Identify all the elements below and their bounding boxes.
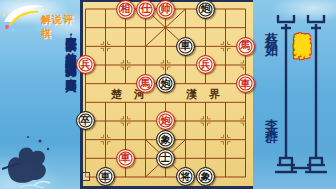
xiangqi-board-panel: 楚河 漢界 相仕帅炮車馬兵兵馬炮車卒炮象士車車将象	[80, 0, 253, 189]
piece-red-帅[interactable]: 帅	[156, 0, 175, 19]
piece-black-士[interactable]: 士	[156, 149, 175, 168]
piece-red-仕[interactable]: 仕	[136, 0, 155, 19]
piece-black-炮[interactable]: 炮	[156, 74, 175, 93]
piece-black-将[interactable]: 将	[176, 167, 195, 186]
board-grid[interactable]: 相仕帅炮車馬兵兵馬炮車卒炮象士車車将象	[76, 0, 256, 186]
player-name-bottom: 李来群	[262, 108, 280, 128]
piece-black-炮[interactable]: 炮	[196, 0, 215, 19]
piece-red-兵[interactable]: 兵	[76, 55, 95, 74]
piece-red-馬[interactable]: 馬	[236, 37, 255, 56]
piece-red-相[interactable]: 相	[116, 0, 135, 19]
ink-painting-graphic	[0, 119, 62, 189]
piece-black-車[interactable]: 車	[96, 167, 115, 186]
piece-red-車[interactable]: 車	[236, 74, 255, 93]
piece-red-炮[interactable]: 炮	[156, 111, 175, 130]
series-title: 象棋国手精彩搏杀	[293, 18, 313, 30]
piece-red-車[interactable]: 車	[116, 149, 135, 168]
board-edge-bottom	[80, 186, 253, 189]
board-edge-left	[80, 0, 83, 189]
left-panel: 解说评棋 李来群有很多经典攻杀，曾与蔡福如对垒形成双车双炮单马残士攻双车双马单炮…	[0, 0, 80, 189]
piece-red-兵[interactable]: 兵	[196, 55, 215, 74]
piece-black-象[interactable]: 象	[156, 130, 175, 149]
piece-black-卒[interactable]: 卒	[76, 111, 95, 130]
piece-black-象[interactable]: 象	[196, 167, 215, 186]
piece-black-車[interactable]: 車	[176, 37, 195, 56]
right-panel: 蔡福如 李来群 象棋国手精彩搏杀	[253, 0, 336, 189]
player-name-top: 蔡福如	[262, 21, 280, 41]
screenshot-stage: 解说评棋 李来群有很多经典攻杀，曾与蔡福如对垒形成双车双炮单马残士攻双车双马单炮…	[0, 0, 336, 189]
piece-red-馬[interactable]: 馬	[136, 74, 155, 93]
